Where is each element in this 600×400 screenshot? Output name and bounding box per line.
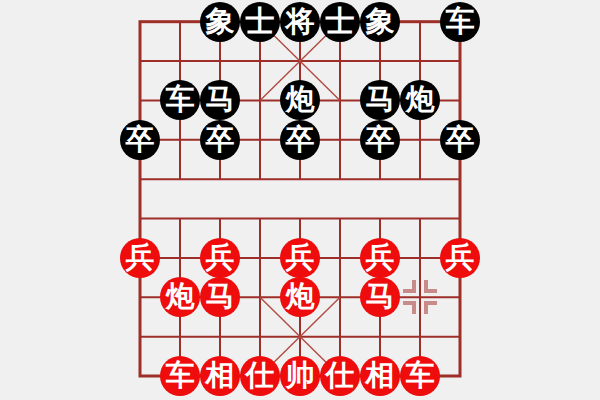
piece-red-advisor[interactable]: 仕 xyxy=(240,356,280,396)
piece-red-cannon[interactable]: 炮 xyxy=(280,277,320,317)
piece-red-cannon[interactable]: 炮 xyxy=(160,277,200,317)
marker-corner-tr xyxy=(424,280,437,293)
piece-black-elephant[interactable]: 象 xyxy=(200,2,240,42)
piece-black-chariot[interactable]: 车 xyxy=(440,2,480,42)
pieces-layer[interactable]: 象士将士象车车马炮马炮卒卒卒卒卒兵兵兵兵兵炮马炮马车相仕帅仕相车 xyxy=(120,2,480,396)
piece-black-general[interactable]: 将 xyxy=(280,2,320,42)
piece-red-horse[interactable]: 马 xyxy=(200,277,240,317)
piece-red-soldier[interactable]: 兵 xyxy=(280,238,320,278)
piece-black-soldier[interactable]: 卒 xyxy=(200,120,240,160)
piece-red-elephant[interactable]: 相 xyxy=(200,356,240,396)
piece-black-advisor[interactable]: 士 xyxy=(320,2,360,42)
piece-red-chariot[interactable]: 车 xyxy=(160,356,200,396)
piece-black-cannon[interactable]: 炮 xyxy=(400,80,440,120)
piece-black-elephant[interactable]: 象 xyxy=(360,2,400,42)
xiangqi-board[interactable]: 象士将士象车车马炮马炮卒卒卒卒卒兵兵兵兵兵炮马炮马车相仕帅仕相车 xyxy=(0,0,600,400)
piece-black-soldier[interactable]: 卒 xyxy=(120,120,160,160)
piece-black-soldier[interactable]: 卒 xyxy=(280,120,320,160)
marker-corner-bl xyxy=(403,301,416,314)
piece-black-chariot[interactable]: 车 xyxy=(160,80,200,120)
marker-corner-tl xyxy=(403,280,416,293)
piece-black-horse[interactable]: 马 xyxy=(360,80,400,120)
piece-red-soldier[interactable]: 兵 xyxy=(200,238,240,278)
piece-red-horse[interactable]: 马 xyxy=(360,277,400,317)
last-move-from-marker xyxy=(402,279,438,315)
piece-red-soldier[interactable]: 兵 xyxy=(440,238,480,278)
piece-red-soldier[interactable]: 兵 xyxy=(120,238,160,278)
piece-red-chariot[interactable]: 车 xyxy=(400,356,440,396)
marker-corner-br xyxy=(424,301,437,314)
piece-red-elephant[interactable]: 相 xyxy=(360,356,400,396)
piece-black-soldier[interactable]: 卒 xyxy=(440,120,480,160)
piece-black-advisor[interactable]: 士 xyxy=(240,2,280,42)
piece-red-advisor[interactable]: 仕 xyxy=(320,356,360,396)
piece-black-soldier[interactable]: 卒 xyxy=(360,120,400,160)
piece-red-general[interactable]: 帅 xyxy=(280,356,320,396)
piece-red-soldier[interactable]: 兵 xyxy=(360,238,400,278)
piece-black-horse[interactable]: 马 xyxy=(200,80,240,120)
piece-black-cannon[interactable]: 炮 xyxy=(280,80,320,120)
